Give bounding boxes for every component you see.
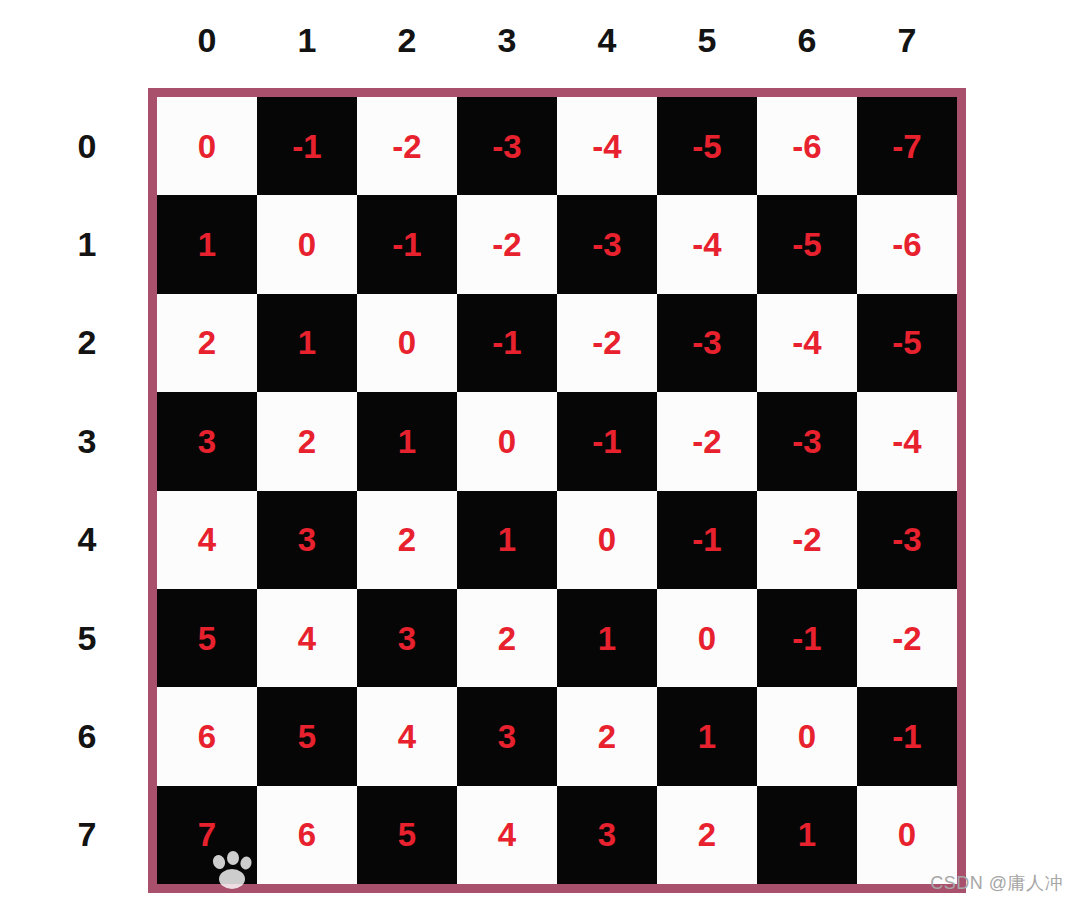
cell-r5-c1: 4 — [257, 589, 357, 687]
row-label-6: 6 — [58, 687, 116, 785]
column-labels: 01234567 — [157, 12, 957, 68]
cell-value: -3 — [492, 130, 521, 163]
cell-value: 5 — [198, 622, 216, 655]
chessboard: 0-1-2-3-4-5-6-710-1-2-3-4-5-6210-1-2-3-4… — [148, 88, 966, 893]
row-labels: 01234567 — [58, 97, 116, 884]
cell-r3-c3: 0 — [457, 392, 557, 490]
cell-value: 2 — [298, 425, 316, 458]
cell-r0-c5: -5 — [657, 97, 757, 195]
cell-value: -4 — [892, 425, 921, 458]
cell-value: 0 — [398, 326, 416, 359]
cell-r6-c2: 4 — [357, 687, 457, 785]
cell-value: -1 — [692, 523, 721, 556]
row-label-7: 7 — [58, 786, 116, 884]
cell-value: 3 — [298, 523, 316, 556]
cell-r5-c5: 0 — [657, 589, 757, 687]
cell-value: -6 — [892, 228, 921, 261]
cell-value: 4 — [398, 720, 416, 753]
cell-value: 0 — [498, 425, 516, 458]
cell-r1-c0: 1 — [157, 195, 257, 293]
col-label-2: 2 — [357, 12, 457, 68]
cell-value: 3 — [498, 720, 516, 753]
col-label-1: 1 — [257, 12, 357, 68]
cell-value: -1 — [792, 622, 821, 655]
cell-value: -1 — [492, 326, 521, 359]
cell-value: -3 — [692, 326, 721, 359]
cell-value: -4 — [592, 130, 621, 163]
cell-r4-c0: 4 — [157, 491, 257, 589]
cell-r7-c2: 5 — [357, 786, 457, 884]
cell-value: 3 — [198, 425, 216, 458]
cell-value: 1 — [798, 818, 816, 851]
row-label-5: 5 — [58, 589, 116, 687]
cell-r6-c4: 2 — [557, 687, 657, 785]
cell-r2-c5: -3 — [657, 294, 757, 392]
cell-value: 2 — [498, 622, 516, 655]
row-label-0: 0 — [58, 97, 116, 195]
cell-r5-c7: -2 — [857, 589, 957, 687]
cell-value: -1 — [892, 720, 921, 753]
cell-value: -2 — [892, 622, 921, 655]
cell-r7-c6: 1 — [757, 786, 857, 884]
cell-r6-c7: -1 — [857, 687, 957, 785]
cell-r5-c4: 1 — [557, 589, 657, 687]
col-label-6: 6 — [757, 12, 857, 68]
cell-r1-c6: -5 — [757, 195, 857, 293]
cell-value: 0 — [298, 228, 316, 261]
cell-r0-c4: -4 — [557, 97, 657, 195]
cell-r4-c3: 1 — [457, 491, 557, 589]
cell-r0-c6: -6 — [757, 97, 857, 195]
cell-value: 4 — [198, 523, 216, 556]
cell-value: 5 — [298, 720, 316, 753]
col-label-4: 4 — [557, 12, 657, 68]
cell-r2-c0: 2 — [157, 294, 257, 392]
cell-value: 0 — [798, 720, 816, 753]
row-label-2: 2 — [58, 294, 116, 392]
cell-r2-c3: -1 — [457, 294, 557, 392]
cell-value: -3 — [792, 425, 821, 458]
cell-r0-c0: 0 — [157, 97, 257, 195]
cell-r6-c1: 5 — [257, 687, 357, 785]
cell-r3-c0: 3 — [157, 392, 257, 490]
cell-r3-c5: -2 — [657, 392, 757, 490]
row-label-3: 3 — [58, 392, 116, 490]
col-label-0: 0 — [157, 12, 257, 68]
cell-r7-c4: 3 — [557, 786, 657, 884]
cell-value: -7 — [892, 130, 921, 163]
cell-value: 3 — [598, 818, 616, 851]
cell-value: -5 — [692, 130, 721, 163]
row-label-4: 4 — [58, 491, 116, 589]
cell-value: 1 — [398, 425, 416, 458]
col-label-3: 3 — [457, 12, 557, 68]
cell-r5-c0: 5 — [157, 589, 257, 687]
cell-r4-c6: -2 — [757, 491, 857, 589]
cell-value: 7 — [198, 818, 216, 851]
cell-r2-c6: -4 — [757, 294, 857, 392]
cell-r3-c4: -1 — [557, 392, 657, 490]
cell-value: -4 — [692, 228, 721, 261]
col-label-5: 5 — [657, 12, 757, 68]
cell-value: -3 — [892, 523, 921, 556]
cell-value: 2 — [598, 720, 616, 753]
cell-value: 0 — [698, 622, 716, 655]
cell-value: 0 — [198, 130, 216, 163]
cell-value: 3 — [398, 622, 416, 655]
cell-value: -2 — [492, 228, 521, 261]
cell-r4-c4: 0 — [557, 491, 657, 589]
cell-r7-c1: 6 — [257, 786, 357, 884]
cell-r3-c6: -3 — [757, 392, 857, 490]
cell-r1-c1: 0 — [257, 195, 357, 293]
cell-r4-c2: 2 — [357, 491, 457, 589]
cell-r0-c7: -7 — [857, 97, 957, 195]
cell-value: 4 — [498, 818, 516, 851]
cell-r1-c2: -1 — [357, 195, 457, 293]
csdn-watermark: CSDN @庸人冲 — [930, 871, 1063, 895]
cell-value: 5 — [398, 818, 416, 851]
cell-r5-c2: 3 — [357, 589, 457, 687]
cell-value: 0 — [898, 818, 916, 851]
cell-value: -3 — [592, 228, 621, 261]
cell-value: 0 — [598, 523, 616, 556]
board-grid: 0-1-2-3-4-5-6-710-1-2-3-4-5-6210-1-2-3-4… — [157, 97, 957, 884]
cell-value: 1 — [498, 523, 516, 556]
col-label-7: 7 — [857, 12, 957, 68]
cell-value: 6 — [298, 818, 316, 851]
cell-value: 2 — [698, 818, 716, 851]
cell-value: -1 — [292, 130, 321, 163]
cell-r7-c5: 2 — [657, 786, 757, 884]
cell-r6-c5: 1 — [657, 687, 757, 785]
cell-r2-c1: 1 — [257, 294, 357, 392]
cell-r2-c2: 0 — [357, 294, 457, 392]
cell-r1-c7: -6 — [857, 195, 957, 293]
cell-r0-c2: -2 — [357, 97, 457, 195]
cell-value: -1 — [392, 228, 421, 261]
cell-r6-c0: 6 — [157, 687, 257, 785]
cell-value: 2 — [198, 326, 216, 359]
cell-value: -4 — [792, 326, 821, 359]
cell-r1-c5: -4 — [657, 195, 757, 293]
cell-value: 1 — [198, 228, 216, 261]
cell-r5-c3: 2 — [457, 589, 557, 687]
cell-value: -1 — [592, 425, 621, 458]
cell-r1-c4: -3 — [557, 195, 657, 293]
cell-value: 4 — [298, 622, 316, 655]
cell-r6-c3: 3 — [457, 687, 557, 785]
cell-r4-c5: -1 — [657, 491, 757, 589]
cell-r4-c7: -3 — [857, 491, 957, 589]
cell-value: -2 — [392, 130, 421, 163]
cell-value: 6 — [198, 720, 216, 753]
cell-r7-c3: 4 — [457, 786, 557, 884]
cell-value: 2 — [398, 523, 416, 556]
cell-r2-c4: -2 — [557, 294, 657, 392]
cell-r0-c3: -3 — [457, 97, 557, 195]
paw-print-icon — [205, 850, 259, 892]
cell-value: -2 — [692, 425, 721, 458]
cell-value: -6 — [792, 130, 821, 163]
cell-value: -5 — [892, 326, 921, 359]
cell-value: 1 — [698, 720, 716, 753]
cell-r3-c7: -4 — [857, 392, 957, 490]
cell-r7-c7: 0 — [857, 786, 957, 884]
cell-value: 1 — [298, 326, 316, 359]
cell-value: -2 — [592, 326, 621, 359]
cell-r5-c6: -1 — [757, 589, 857, 687]
row-label-1: 1 — [58, 195, 116, 293]
cell-r6-c6: 0 — [757, 687, 857, 785]
cell-r4-c1: 3 — [257, 491, 357, 589]
cell-value: -2 — [792, 523, 821, 556]
cell-value: -5 — [792, 228, 821, 261]
cell-r3-c1: 2 — [257, 392, 357, 490]
cell-value: 1 — [598, 622, 616, 655]
cell-r1-c3: -2 — [457, 195, 557, 293]
cell-r0-c1: -1 — [257, 97, 357, 195]
cell-r3-c2: 1 — [357, 392, 457, 490]
cell-r2-c7: -5 — [857, 294, 957, 392]
